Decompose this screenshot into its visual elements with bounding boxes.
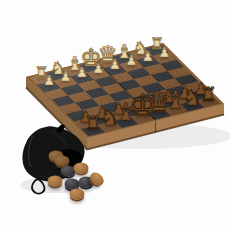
checkers-layer: [0, 0, 230, 230]
checker-disc-light: [74, 163, 89, 174]
checker-disc-light: [70, 189, 85, 200]
chess-set-product-photo: ♜♞♝♛♚♝♞♜♟♟♟♟♟♟♟♟♟♟♟♟♟♟♟♟♜♞♝♛♚♝♞♜: [0, 0, 230, 230]
checker-disc-light: [48, 176, 63, 187]
